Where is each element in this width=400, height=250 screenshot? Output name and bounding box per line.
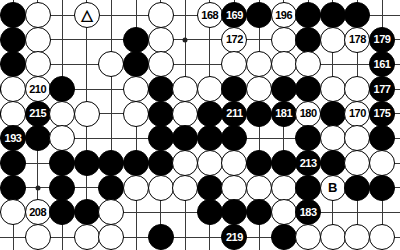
white-stone [98,224,124,250]
black-stone [246,199,272,225]
black-stone [49,199,75,225]
white-stone [271,51,297,77]
black-stone [148,224,174,250]
move-number-label: 211 [226,108,242,119]
white-stone: 210 [25,76,51,102]
white-stone [0,199,26,225]
black-stone [197,175,223,201]
black-stone [271,150,297,176]
black-stone [246,2,272,28]
white-stone [271,27,297,53]
black-stone [320,101,346,127]
white-stone [49,125,75,151]
black-stone [0,101,1,127]
white-stone: 208 [25,199,51,225]
white-stone [246,51,272,77]
move-number-label: 208 [29,207,46,218]
white-stone [221,175,247,201]
move-number-label: 213 [300,158,317,169]
black-stone: 213 [295,150,321,176]
black-stone [271,76,297,102]
star-point [35,185,40,190]
move-number-label: B [328,181,337,194]
black-stone [271,224,297,250]
white-stone [74,224,100,250]
black-stone [320,150,346,176]
grid-line-horizontal [0,64,400,65]
white-stone [197,76,223,102]
black-stone: 181 [271,101,297,127]
black-stone [74,150,100,176]
white-stone [0,101,26,127]
white-stone [246,76,272,102]
black-stone [123,27,149,53]
move-number-label: 181 [275,108,292,119]
white-stone [197,150,223,176]
white-stone: B [320,175,346,201]
white-stone [246,175,272,201]
white-stone [148,27,174,53]
white-stone [295,224,321,250]
move-number-label: 193 [5,133,22,144]
white-stone [344,150,370,176]
black-stone: 161 [369,51,395,77]
move-number-label: 183 [300,207,317,218]
move-number-label: 161 [374,59,391,70]
white-stone [344,76,370,102]
black-stone [49,150,75,176]
move-number-label: 170 [349,108,366,119]
move-number-label: 180 [300,108,317,119]
black-stone [49,76,75,102]
white-stone [320,125,346,151]
move-number-label: 172 [226,34,243,45]
white-stone [74,101,100,127]
black-stone [246,150,272,176]
move-number-label: 168 [201,10,218,21]
white-stone: 180 [295,101,321,127]
move-number-label: 178 [349,34,366,45]
white-stone [344,125,370,151]
black-stone [0,150,26,176]
black-stone [369,125,395,151]
black-stone [148,125,174,151]
white-stone: 178 [344,27,370,53]
move-number-label: 210 [29,84,46,95]
move-number-label: 196 [275,10,292,21]
black-stone: 175 [369,101,395,127]
black-stone: 211 [221,101,247,127]
white-stone [98,199,124,225]
black-stone [295,125,321,151]
white-stone: 168 [197,2,223,28]
white-stone [320,76,346,102]
move-number-label: 169 [226,10,243,21]
black-stone: 183 [295,199,321,225]
black-stone: 179 [369,27,395,53]
black-stone [0,76,1,102]
white-stone [271,199,297,225]
white-stone [98,51,124,77]
white-stone [320,27,346,53]
black-stone [369,175,395,201]
white-stone [369,150,395,176]
white-stone [221,51,247,77]
black-stone [172,125,198,151]
white-stone [0,76,26,102]
white-stone [271,175,297,201]
white-stone [25,27,51,53]
move-number-label: 177 [374,84,391,95]
black-stone [148,101,174,127]
white-stone [221,150,247,176]
move-number-label: 219 [226,232,243,243]
black-stone [221,199,247,225]
black-stone [295,76,321,102]
white-stone [148,51,174,77]
triangle-mark: △ [81,7,92,22]
black-stone [98,175,124,201]
black-stone [344,2,370,28]
black-stone [295,27,321,53]
black-stone [197,199,223,225]
white-stone [148,2,174,28]
black-stone [246,101,272,127]
black-stone [0,2,26,28]
move-number-label: 179 [374,34,391,45]
black-stone [0,175,26,201]
white-stone [320,224,346,250]
white-stone [123,101,149,127]
white-stone: 172 [221,27,247,53]
black-stone [49,175,75,201]
white-stone [148,175,174,201]
black-stone: 219 [221,224,247,250]
white-stone [123,175,149,201]
white-stone [172,101,198,127]
black-stone: 169 [221,2,247,28]
black-stone [0,27,26,53]
white-stone [172,76,198,102]
white-stone [123,76,149,102]
black-stone [148,76,174,102]
black-stone [320,2,346,28]
star-point [183,37,188,42]
black-stone: 193 [0,125,26,151]
black-stone [344,175,370,201]
white-stone [172,150,198,176]
white-stone [25,224,51,250]
black-stone: 177 [369,76,395,102]
move-number-label: 175 [374,108,391,119]
white-stone: △ [74,2,100,28]
black-stone [221,125,247,151]
black-stone [98,150,124,176]
move-number-label: 215 [29,108,46,119]
black-stone [197,125,223,151]
white-stone [49,101,75,127]
black-stone [295,2,321,28]
white-stone [295,51,321,77]
black-stone [295,175,321,201]
black-stone [221,76,247,102]
black-stone [0,51,26,77]
black-stone [148,150,174,176]
white-stone [344,224,370,250]
black-stone [74,199,100,225]
black-stone [25,125,51,151]
white-stone [25,51,51,77]
white-stone: 170 [344,101,370,127]
white-stone [25,2,51,28]
black-stone [197,101,223,127]
white-stone [369,224,395,250]
white-stone [172,175,198,201]
black-stone [123,150,149,176]
white-stone: 196 [271,2,297,28]
go-board: △168169196172178179161210177215211181180… [0,0,400,250]
black-stone [123,51,149,77]
black-stone: 215 [25,101,51,127]
